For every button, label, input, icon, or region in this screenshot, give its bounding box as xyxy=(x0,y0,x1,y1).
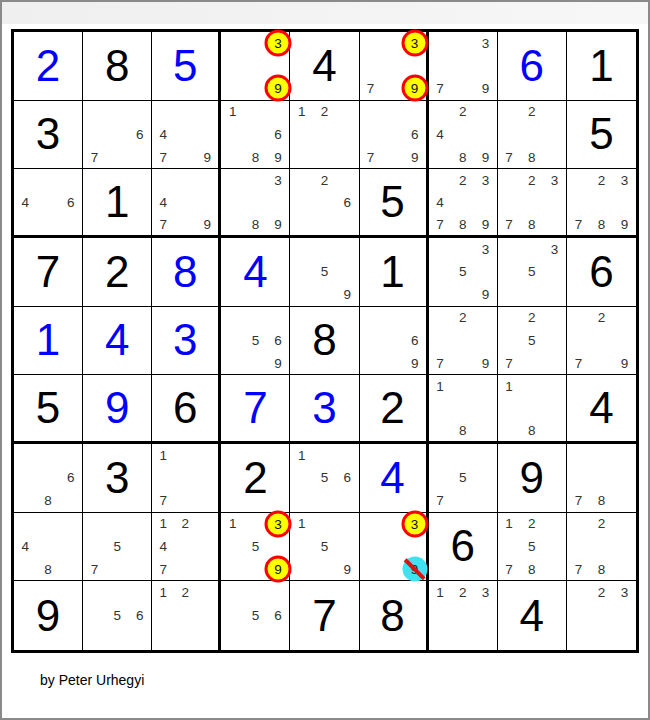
candidate-pos-2 xyxy=(244,32,267,55)
cell-r7c8[interactable]: 9 xyxy=(498,444,567,513)
candidate-mark: 7 xyxy=(367,150,375,165)
candidate-pos-3 xyxy=(336,444,359,467)
candidate-pos-1 xyxy=(567,307,590,330)
candidate-pos-3 xyxy=(59,444,82,467)
candidate-mark: 5 xyxy=(252,333,260,348)
cell-r4c1[interactable]: 7 xyxy=(14,238,83,307)
cell-r3c2[interactable]: 1 xyxy=(83,169,152,238)
cell-r6c3[interactable]: 6 xyxy=(152,375,221,444)
candidate-pos-8: 8 xyxy=(451,213,474,235)
candidate-pos-8: 8 xyxy=(37,558,60,581)
candidate-mark: 9 xyxy=(274,217,282,232)
candidate-pos-7 xyxy=(14,489,37,512)
cell-value: 3 xyxy=(312,386,336,430)
candidate-grid: 59 xyxy=(290,238,358,306)
candidate-grid: 12 xyxy=(152,581,218,650)
cell-r9c2[interactable]: 56 xyxy=(83,581,152,650)
candidate-pos-4 xyxy=(152,467,174,490)
candidate-pos-8 xyxy=(106,146,129,169)
cell-value: 4 xyxy=(243,250,267,294)
candidate-pos-6 xyxy=(543,191,566,213)
candidate-pos-7: 7 xyxy=(152,146,174,169)
cell-r8c3[interactable]: 1247 xyxy=(152,513,221,582)
candidate-mark: 6 xyxy=(411,127,419,142)
candidate-pos-6 xyxy=(336,123,359,146)
cell-r6c2[interactable]: 9 xyxy=(83,375,152,444)
cell-r9c9[interactable]: 23 xyxy=(567,581,636,650)
candidate-pos-1 xyxy=(498,307,521,330)
candidate-pos-4 xyxy=(221,535,244,558)
cell-r2c3[interactable]: 479 xyxy=(152,101,221,170)
candidate-pos-9 xyxy=(267,627,290,650)
cell-r5c2[interactable]: 4 xyxy=(83,307,152,376)
candidate-pos-9 xyxy=(613,558,636,581)
cell-value: 2 xyxy=(243,456,267,500)
candidate-pos-8 xyxy=(174,213,196,235)
candidate-pos-8 xyxy=(244,77,267,100)
candidate-mark: 7 xyxy=(505,217,513,232)
candidate-pos-4: 4 xyxy=(429,123,452,146)
candidate-mark: 8 xyxy=(44,562,52,577)
candidate-mark: 5 xyxy=(528,264,536,279)
candidate-pos-8 xyxy=(451,283,474,306)
candidate-pos-6 xyxy=(196,467,218,490)
cell-r2c2[interactable]: 67 xyxy=(83,101,152,170)
candidate-pos-5 xyxy=(174,191,196,213)
cell-r7c2[interactable]: 3 xyxy=(83,444,152,513)
candidate-pos-5 xyxy=(451,604,474,627)
cell-r3c7[interactable]: 234789 xyxy=(429,169,498,238)
candidate-pos-3 xyxy=(336,238,359,261)
candidate-pos-6 xyxy=(613,329,636,352)
cell-r2c1[interactable]: 3 xyxy=(14,101,83,170)
candidate-pos-5 xyxy=(520,397,543,419)
candidate-grid: 359 xyxy=(429,238,497,306)
cell-r6c1[interactable]: 5 xyxy=(14,375,83,444)
candidate-pos-2: 2 xyxy=(451,101,474,124)
candidate-mark: 2 xyxy=(528,173,536,188)
candidate-mark: 7 xyxy=(159,562,167,577)
candidate-pos-3 xyxy=(267,307,290,330)
candidate-pos-4 xyxy=(83,604,106,627)
candidate-grid: 39 xyxy=(221,32,289,100)
candidate-pos-9: 9 xyxy=(336,283,359,306)
candidate-mark: 3 xyxy=(621,585,629,600)
candidate-pos-3 xyxy=(543,307,566,330)
cell-value: 6 xyxy=(589,250,613,294)
candidate-pos-1: 1 xyxy=(429,581,452,604)
cell-r4c8[interactable]: 35 xyxy=(498,238,567,307)
candidate-grid: 1247 xyxy=(152,513,218,581)
cell-value: 8 xyxy=(105,44,129,88)
cell-r5c4[interactable]: 569 xyxy=(221,307,290,376)
cell-r2c7[interactable]: 2489 xyxy=(429,101,498,170)
candidate-mark: 2 xyxy=(182,585,190,600)
cell-value: 5 xyxy=(380,180,404,224)
cell-r4c6[interactable]: 1 xyxy=(360,238,429,307)
cell-r6c5[interactable]: 3 xyxy=(290,375,359,444)
candidate-pos-7 xyxy=(221,627,244,650)
candidate-mark: 4 xyxy=(436,127,444,142)
cell-r3c5[interactable]: 26 xyxy=(290,169,359,238)
candidate-pos-4 xyxy=(290,191,313,213)
candidate-mark: 7 xyxy=(575,562,583,577)
candidate-mark: 5 xyxy=(113,608,121,623)
cell-r5c6[interactable]: 69 xyxy=(360,307,429,376)
cell-r7c6[interactable]: 4 xyxy=(360,444,429,513)
candidate-pos-9 xyxy=(474,489,497,512)
candidate-pos-7 xyxy=(83,627,106,650)
candidate-pos-8 xyxy=(244,627,267,650)
candidate-pos-3: 3 xyxy=(474,581,497,604)
highlighted-candidate: 3 xyxy=(265,30,292,57)
cell-value: 7 xyxy=(243,386,267,430)
candidate-pos-5 xyxy=(520,191,543,213)
cell-r3c4[interactable]: 389 xyxy=(221,169,290,238)
candidate-mark: 3 xyxy=(551,173,559,188)
cell-r3c1[interactable]: 46 xyxy=(14,169,83,238)
cell-r4c3[interactable]: 8 xyxy=(152,238,221,307)
candidate-pos-8: 8 xyxy=(590,213,613,235)
cell-r5c8[interactable]: 257 xyxy=(498,307,567,376)
candidate-mark: 1 xyxy=(159,516,167,531)
candidate-pos-7 xyxy=(429,627,452,650)
cell-value: 8 xyxy=(173,250,197,294)
highlighted-candidate: 9 xyxy=(401,75,428,102)
cell-r6c6[interactable]: 2 xyxy=(360,375,429,444)
candidate-mark: 4 xyxy=(436,195,444,210)
cell-r8c9[interactable]: 278 xyxy=(567,513,636,582)
cell-r9c8[interactable]: 4 xyxy=(498,581,567,650)
candidate-pos-3 xyxy=(336,169,359,191)
cell-value: 4 xyxy=(589,386,613,430)
candidate-pos-4 xyxy=(429,467,452,490)
candidate-pos-2 xyxy=(382,101,404,124)
cell-r2c6[interactable]: 679 xyxy=(360,101,429,170)
candidate-mark: 7 xyxy=(91,562,99,577)
candidate-mark: 7 xyxy=(159,217,167,232)
candidate-pos-4 xyxy=(360,123,382,146)
cell-value: 6 xyxy=(450,524,474,568)
cell-r7c9[interactable]: 78 xyxy=(567,444,636,513)
cell-r4c7[interactable]: 359 xyxy=(429,238,498,307)
highlighted-candidate: 9 xyxy=(265,75,292,102)
candidate-pos-2 xyxy=(451,375,474,397)
candidate-pos-5: 5 xyxy=(313,261,336,284)
candidate-pos-3 xyxy=(474,307,497,330)
candidate-pos-6 xyxy=(59,535,82,558)
cell-r5c1[interactable]: 1 xyxy=(14,307,83,376)
candidate-pos-5: 5 xyxy=(244,604,267,627)
candidate-pos-9 xyxy=(543,146,566,169)
candidate-pos-1: 1 xyxy=(290,101,313,124)
candidate-pos-7: 7 xyxy=(429,213,452,235)
candidate-mark: 9 xyxy=(621,217,629,232)
candidate-mark: 6 xyxy=(274,333,282,348)
candidate-pos-9: 9 xyxy=(613,352,636,375)
candidate-pos-5 xyxy=(382,123,404,146)
candidate-mark: 2 xyxy=(598,310,606,325)
candidate-pos-4 xyxy=(83,123,106,146)
cell-r8c5[interactable]: 159 xyxy=(290,513,359,582)
candidate-pos-7: 7 xyxy=(567,352,590,375)
candidate-mark: 7 xyxy=(436,356,444,371)
candidate-mark: 6 xyxy=(343,470,351,485)
candidate-pos-4 xyxy=(221,604,244,627)
cell-value: 1 xyxy=(589,44,613,88)
candidate-pos-8 xyxy=(590,627,613,650)
candidate-pos-3 xyxy=(613,307,636,330)
candidate-mark: 5 xyxy=(321,264,329,279)
candidate-pos-7: 7 xyxy=(498,213,521,235)
cell-r8c2[interactable]: 57 xyxy=(83,513,152,582)
candidate-pos-1 xyxy=(14,444,37,467)
candidate-pos-4 xyxy=(567,535,590,558)
cell-r5c5[interactable]: 8 xyxy=(290,307,359,376)
candidate-pos-2: 2 xyxy=(313,101,336,124)
candidate-pos-8 xyxy=(520,352,543,375)
cell-value: 4 xyxy=(105,318,129,362)
highlighted-candidate: 3 xyxy=(401,510,428,537)
candidate-pos-1: 1 xyxy=(152,513,174,536)
candidate-grid: 67 xyxy=(83,101,151,169)
candidate-grid: 57 xyxy=(429,444,497,512)
candidate-mark: 5 xyxy=(528,539,536,554)
candidate-pos-9 xyxy=(474,627,497,650)
candidate-pos-3: 3 xyxy=(474,238,497,261)
candidate-pos-1 xyxy=(83,513,106,536)
candidate-mark: 9 xyxy=(274,356,282,371)
cell-r5c9[interactable]: 279 xyxy=(567,307,636,376)
candidate-mark: 5 xyxy=(459,470,467,485)
candidate-pos-5 xyxy=(174,604,196,627)
candidate-mark: 2 xyxy=(459,173,467,188)
candidate-pos-1 xyxy=(567,513,590,536)
candidate-pos-6 xyxy=(543,123,566,146)
candidate-mark: 9 xyxy=(482,150,490,165)
cell-r6c4[interactable]: 7 xyxy=(221,375,290,444)
candidate-pos-5: 5 xyxy=(451,261,474,284)
candidate-pos-2: 2 xyxy=(451,169,474,191)
elimination-slash-icon xyxy=(404,558,426,580)
candidate-pos-5 xyxy=(451,191,474,213)
candidate-pos-2: 2 xyxy=(590,307,613,330)
cell-r1c7[interactable]: 379 xyxy=(429,32,498,101)
cell-r1c9[interactable]: 1 xyxy=(567,32,636,101)
candidate-pos-4 xyxy=(221,191,244,213)
candidate-pos-6 xyxy=(543,329,566,352)
candidate-pos-4: 4 xyxy=(429,191,452,213)
candidate-pos-3 xyxy=(59,513,82,536)
cell-r8c8[interactable]: 12578 xyxy=(498,513,567,582)
candidate-mark: 9 xyxy=(343,562,351,577)
candidate-pos-6 xyxy=(613,191,636,213)
cell-value: 9 xyxy=(36,594,60,638)
cell-value: 9 xyxy=(520,456,544,500)
candidate-pos-1 xyxy=(221,32,244,55)
cell-r8c6[interactable]: 39 xyxy=(360,513,429,582)
candidate-mark: 5 xyxy=(528,333,536,348)
cell-r9c3[interactable]: 12 xyxy=(152,581,221,650)
cell-r2c5[interactable]: 12 xyxy=(290,101,359,170)
cell-value: 6 xyxy=(520,44,544,88)
candidate-pos-8 xyxy=(174,146,196,169)
candidate-mark: 1 xyxy=(298,448,306,463)
candidate-pos-2 xyxy=(520,375,543,397)
cell-r8c4[interactable]: 1359 xyxy=(221,513,290,582)
candidate-pos-7 xyxy=(290,283,313,306)
candidate-pos-7: 7 xyxy=(498,146,521,169)
cell-r6c8[interactable]: 18 xyxy=(498,375,567,444)
cell-value: 3 xyxy=(173,318,197,362)
cell-r8c1[interactable]: 48 xyxy=(14,513,83,582)
cell-value: 1 xyxy=(105,180,129,224)
candidate-pos-4 xyxy=(429,261,452,284)
candidate-pos-7: 7 xyxy=(152,489,174,512)
candidate-pos-2 xyxy=(37,513,60,536)
candidate-pos-5 xyxy=(313,123,336,146)
candidate-grid: 69 xyxy=(360,307,426,375)
cell-r9c6[interactable]: 8 xyxy=(360,581,429,650)
candidate-mark: 8 xyxy=(528,150,536,165)
candidate-pos-1 xyxy=(429,32,452,55)
candidate-pos-8 xyxy=(382,558,404,581)
candidate-pos-9 xyxy=(129,558,152,581)
candidate-pos-7 xyxy=(360,352,382,375)
cell-r6c7[interactable]: 18 xyxy=(429,375,498,444)
candidate-pos-8: 8 xyxy=(451,419,474,441)
candidate-pos-5 xyxy=(313,191,336,213)
cell-r4c5[interactable]: 59 xyxy=(290,238,359,307)
cell-r6c9[interactable]: 4 xyxy=(567,375,636,444)
candidate-pos-9: 9 xyxy=(267,77,290,100)
candidate-grid: 68 xyxy=(14,444,82,512)
candidate-mark: 8 xyxy=(598,217,606,232)
candidate-pos-1 xyxy=(152,101,174,124)
candidate-pos-7 xyxy=(498,283,521,306)
candidate-pos-5: 5 xyxy=(106,535,129,558)
sudoku-board: 2853943793796136747916891267924892785461… xyxy=(11,29,639,653)
candidate-grid: 48 xyxy=(14,513,82,581)
candidate-pos-4 xyxy=(360,55,382,78)
cell-r7c7[interactable]: 57 xyxy=(429,444,498,513)
cell-r3c8[interactable]: 2378 xyxy=(498,169,567,238)
candidate-pos-1 xyxy=(567,169,590,191)
candidate-pos-3 xyxy=(196,513,218,536)
candidate-pos-8: 8 xyxy=(520,146,543,169)
cell-r7c4[interactable]: 2 xyxy=(221,444,290,513)
candidate-pos-8 xyxy=(451,489,474,512)
candidate-pos-5 xyxy=(37,467,60,490)
candidate-pos-7 xyxy=(360,558,382,581)
cell-r8c7[interactable]: 6 xyxy=(429,513,498,582)
cell-r9c7[interactable]: 123 xyxy=(429,581,498,650)
cell-r5c3[interactable]: 3 xyxy=(152,307,221,376)
candidate-pos-9: 9 xyxy=(267,213,290,235)
cell-r9c4[interactable]: 56 xyxy=(221,581,290,650)
candidate-pos-2 xyxy=(106,581,129,604)
candidate-pos-9: 9 xyxy=(613,213,636,235)
candidate-pos-3: 3 xyxy=(267,32,290,55)
candidate-pos-1 xyxy=(360,513,382,536)
cell-r4c9[interactable]: 6 xyxy=(567,238,636,307)
candidate-mark: 6 xyxy=(411,333,419,348)
cell-value: 5 xyxy=(589,112,613,156)
cell-r3c9[interactable]: 23789 xyxy=(567,169,636,238)
candidate-mark: 8 xyxy=(528,217,536,232)
candidate-pos-3: 3 xyxy=(474,32,497,55)
candidate-pos-3 xyxy=(196,444,218,467)
candidate-pos-6: 6 xyxy=(404,123,426,146)
candidate-mark: 7 xyxy=(436,217,444,232)
cell-r1c5[interactable]: 4 xyxy=(290,32,359,101)
cell-r1c2[interactable]: 8 xyxy=(83,32,152,101)
cell-r9c5[interactable]: 7 xyxy=(290,581,359,650)
candidate-pos-3 xyxy=(404,307,426,330)
candidate-grid: 56 xyxy=(221,581,289,650)
cell-r1c4[interactable]: 39 xyxy=(221,32,290,101)
candidate-pos-3 xyxy=(196,581,218,604)
candidate-pos-4: 4 xyxy=(152,191,174,213)
cell-r7c1[interactable]: 68 xyxy=(14,444,83,513)
candidate-mark: 4 xyxy=(159,539,167,554)
cell-r2c9[interactable]: 5 xyxy=(567,101,636,170)
cell-r5c7[interactable]: 279 xyxy=(429,307,498,376)
candidate-pos-9 xyxy=(474,419,497,441)
candidate-pos-9 xyxy=(336,213,359,235)
cell-value: 4 xyxy=(520,594,544,638)
cell-r1c3[interactable]: 5 xyxy=(152,32,221,101)
candidate-mark: 9 xyxy=(411,356,419,371)
candidate-pos-2 xyxy=(106,101,129,124)
candidate-grid: 379 xyxy=(429,32,497,100)
cell-r2c4[interactable]: 1689 xyxy=(221,101,290,170)
candidate-pos-6 xyxy=(196,535,218,558)
candidate-mark: 7 xyxy=(575,217,583,232)
cell-value: 8 xyxy=(312,318,336,362)
candidate-pos-9: 9 xyxy=(336,558,359,581)
candidate-pos-2 xyxy=(174,444,196,467)
candidate-pos-5 xyxy=(382,55,404,78)
candidate-pos-1: 1 xyxy=(152,581,174,604)
candidate-grid: 56 xyxy=(83,581,151,650)
cell-r1c8[interactable]: 6 xyxy=(498,32,567,101)
cell-r3c6[interactable]: 5 xyxy=(360,169,429,238)
cell-r4c2[interactable]: 2 xyxy=(83,238,152,307)
cell-value: 2 xyxy=(105,250,129,294)
candidate-pos-5: 5 xyxy=(313,467,336,490)
candidate-grid: 159 xyxy=(290,513,358,581)
cell-r3c3[interactable]: 479 xyxy=(152,169,221,238)
candidate-pos-4 xyxy=(152,604,174,627)
candidate-pos-8 xyxy=(174,558,196,581)
candidate-grid: 479 xyxy=(152,169,218,235)
candidate-pos-6: 6 xyxy=(59,191,82,213)
cell-r7c5[interactable]: 156 xyxy=(290,444,359,513)
candidate-pos-1: 1 xyxy=(498,375,521,397)
cell-r2c8[interactable]: 278 xyxy=(498,101,567,170)
cell-r9c1[interactable]: 9 xyxy=(14,581,83,650)
candidate-pos-9 xyxy=(613,627,636,650)
candidate-grid: 2489 xyxy=(429,101,497,169)
cell-r1c6[interactable]: 379 xyxy=(360,32,429,101)
cell-r7c3[interactable]: 17 xyxy=(152,444,221,513)
candidate-pos-7 xyxy=(429,283,452,306)
candidate-mark: 9 xyxy=(621,356,629,371)
cell-r1c1[interactable]: 2 xyxy=(14,32,83,101)
candidate-pos-2 xyxy=(520,238,543,261)
cell-r4c4[interactable]: 4 xyxy=(221,238,290,307)
